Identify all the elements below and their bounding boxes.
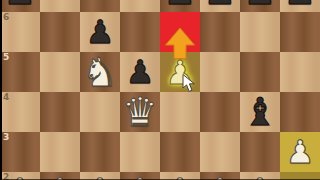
black-pawn-h7[interactable]: ♟ [280, 0, 320, 12]
square-b6[interactable] [40, 12, 80, 52]
square-c6[interactable]: ♟ [80, 12, 120, 52]
square-h5[interactable] [280, 52, 320, 92]
square-a5[interactable]: 5 [0, 52, 40, 92]
square-a6[interactable]: 6 [0, 12, 40, 52]
square-g4[interactable]: ♝ [240, 92, 280, 132]
black-pawn-d5[interactable]: ♟ [120, 52, 160, 92]
square-d3[interactable] [120, 132, 160, 172]
square-d7[interactable] [120, 0, 160, 12]
square-c5[interactable]: ♞ [80, 52, 120, 92]
square-f7[interactable]: ♟ [200, 0, 240, 12]
square-e7[interactable]: ♟ [160, 0, 200, 12]
square-h4[interactable] [280, 92, 320, 132]
square-h3[interactable]: ♟ [280, 132, 320, 172]
rank-label-4: 4 [3, 93, 9, 102]
square-c4[interactable] [80, 92, 120, 132]
black-pawn-c6[interactable]: ♟ [80, 12, 120, 52]
black-bishop-g4[interactable]: ♝ [240, 92, 280, 132]
square-c7[interactable] [80, 0, 120, 12]
square-d4[interactable]: ♛ [120, 92, 160, 132]
square-f3[interactable] [200, 132, 240, 172]
white-pawn-e5[interactable]: ♟ [160, 52, 200, 92]
square-d5[interactable]: ♟ [120, 52, 160, 92]
chess-board: 7♟♟♟♟♟6♟5♞♟♟4♛♝3♟2♟♟♟♟♟♟♟ [0, 0, 320, 180]
square-g3[interactable] [240, 132, 280, 172]
square-h6[interactable] [280, 12, 320, 52]
white-queen-d4[interactable]: ♛ [120, 92, 160, 132]
white-pawn-h3[interactable]: ♟ [280, 132, 320, 172]
square-e4[interactable] [160, 92, 200, 132]
square-f5[interactable] [200, 52, 240, 92]
rank-label-6: 6 [3, 13, 9, 22]
letterbox-left-bar [0, 0, 2, 180]
square-a4[interactable]: 4 [0, 92, 40, 132]
black-pawn-g7[interactable]: ♟ [240, 0, 280, 12]
square-b3[interactable] [40, 132, 80, 172]
square-g6[interactable] [240, 12, 280, 52]
square-c3[interactable] [80, 132, 120, 172]
black-pawn-e7[interactable]: ♟ [160, 0, 200, 12]
square-f4[interactable] [200, 92, 240, 132]
square-d6[interactable] [120, 12, 160, 52]
square-a3[interactable]: 3 [0, 132, 40, 172]
square-g5[interactable] [240, 52, 280, 92]
square-f6[interactable] [200, 12, 240, 52]
square-g7[interactable]: ♟ [240, 0, 280, 12]
square-e5[interactable]: ♟ [160, 52, 200, 92]
black-pawn-f7[interactable]: ♟ [200, 0, 240, 12]
rank-label-5: 5 [3, 53, 9, 62]
square-b5[interactable] [40, 52, 80, 92]
square-h7[interactable]: ♟ [280, 0, 320, 12]
square-e3[interactable] [160, 132, 200, 172]
square-b4[interactable] [40, 92, 80, 132]
rank-label-3: 3 [3, 133, 9, 142]
letterbox-bottom-bar [0, 179, 320, 180]
square-a7[interactable]: 7♟ [0, 0, 40, 12]
chess-app-viewport: 7♟♟♟♟♟6♟5♞♟♟4♛♝3♟2♟♟♟♟♟♟♟ [0, 0, 320, 180]
black-pawn-a7[interactable]: ♟ [0, 0, 40, 12]
square-e6[interactable] [160, 12, 200, 52]
square-b7[interactable] [40, 0, 80, 12]
white-knight-c5[interactable]: ♞ [80, 52, 120, 92]
